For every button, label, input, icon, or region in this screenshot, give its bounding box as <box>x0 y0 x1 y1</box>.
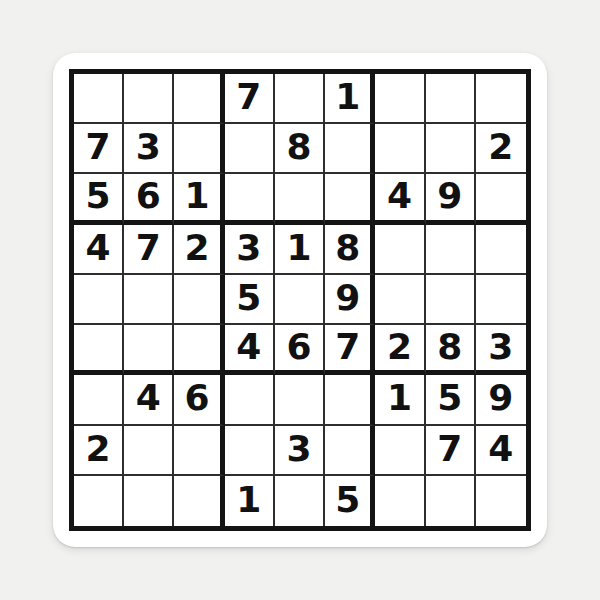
sudoku-cell-r6c5[interactable]: 6 <box>275 325 325 375</box>
given-digit: 1 <box>185 178 210 214</box>
given-digit: 3 <box>286 431 311 467</box>
sudoku-cell-r2c8[interactable] <box>426 124 476 174</box>
given-digit: 5 <box>86 178 111 214</box>
sudoku-cell-r1c8[interactable] <box>426 74 476 124</box>
sudoku-cell-r1c4[interactable]: 7 <box>225 74 275 124</box>
sudoku-cell-r1c7[interactable] <box>375 74 425 124</box>
given-digit: 1 <box>335 79 360 115</box>
sudoku-cell-r2c5[interactable]: 8 <box>275 124 325 174</box>
given-digit: 2 <box>185 230 210 266</box>
sudoku-cell-r5c7[interactable] <box>375 275 425 325</box>
given-digit: 9 <box>488 380 513 416</box>
sudoku-cell-r9c9[interactable] <box>476 476 526 526</box>
sudoku-cell-r2c7[interactable] <box>375 124 425 174</box>
sudoku-cell-r9c3[interactable] <box>174 476 224 526</box>
sudoku-cell-r9c1[interactable] <box>74 476 124 526</box>
given-digit: 1 <box>387 380 412 416</box>
sudoku-cell-r7c5[interactable] <box>275 375 325 425</box>
sudoku-cell-r1c2[interactable] <box>124 74 174 124</box>
sudoku-cell-r9c6[interactable]: 5 <box>325 476 375 526</box>
sudoku-cell-r3c6[interactable] <box>325 174 375 224</box>
sudoku-cell-r8c9[interactable]: 4 <box>476 426 526 476</box>
sudoku-cell-r7c3[interactable]: 6 <box>174 375 224 425</box>
sudoku-cell-r4c5[interactable]: 1 <box>275 225 325 275</box>
sudoku-cell-r7c9[interactable]: 9 <box>476 375 526 425</box>
given-digit: 1 <box>236 482 261 518</box>
sudoku-cell-r8c7[interactable] <box>375 426 425 476</box>
sudoku-cell-r4c1[interactable]: 4 <box>74 225 124 275</box>
sudoku-cell-r2c9[interactable]: 2 <box>476 124 526 174</box>
sudoku-cell-r1c9[interactable] <box>476 74 526 124</box>
given-digit: 6 <box>136 178 161 214</box>
sudoku-cell-r7c7[interactable]: 1 <box>375 375 425 425</box>
sudoku-cell-r8c2[interactable] <box>124 426 174 476</box>
given-digit: 3 <box>488 329 513 365</box>
given-digit: 1 <box>286 230 311 266</box>
sudoku-cell-r2c6[interactable] <box>325 124 375 174</box>
sudoku-cell-r6c2[interactable] <box>124 325 174 375</box>
sudoku-cell-r5c2[interactable] <box>124 275 174 325</box>
given-digit: 6 <box>286 329 311 365</box>
sudoku-cell-r5c9[interactable] <box>476 275 526 325</box>
sudoku-cell-r6c7[interactable]: 2 <box>375 325 425 375</box>
given-digit: 5 <box>437 380 462 416</box>
given-digit: 9 <box>335 280 360 316</box>
sudoku-cell-r7c6[interactable] <box>325 375 375 425</box>
sudoku-cell-r8c4[interactable] <box>225 426 275 476</box>
sudoku-cell-r3c5[interactable] <box>275 174 325 224</box>
sudoku-cell-r5c8[interactable] <box>426 275 476 325</box>
sudoku-cell-r8c1[interactable]: 2 <box>74 426 124 476</box>
sudoku-cell-r8c5[interactable]: 3 <box>275 426 325 476</box>
given-digit: 4 <box>488 431 513 467</box>
sudoku-cell-r4c3[interactable]: 2 <box>174 225 224 275</box>
given-digit: 8 <box>335 230 360 266</box>
sudoku-cell-r2c1[interactable]: 7 <box>74 124 124 174</box>
sudoku-cell-r5c5[interactable] <box>275 275 325 325</box>
sudoku-cell-r6c3[interactable] <box>174 325 224 375</box>
given-digit: 3 <box>136 129 161 165</box>
given-digit: 4 <box>86 230 111 266</box>
sudoku-cell-r5c1[interactable] <box>74 275 124 325</box>
sudoku-cell-r2c3[interactable] <box>174 124 224 174</box>
sudoku-cell-r6c1[interactable] <box>74 325 124 375</box>
sudoku-cell-r1c6[interactable]: 1 <box>325 74 375 124</box>
sudoku-cell-r7c4[interactable] <box>225 375 275 425</box>
sudoku-cell-r6c9[interactable]: 3 <box>476 325 526 375</box>
sudoku-cell-r4c8[interactable] <box>426 225 476 275</box>
sudoku-cell-r3c4[interactable] <box>225 174 275 224</box>
given-digit: 7 <box>437 431 462 467</box>
given-digit: 2 <box>488 129 513 165</box>
sudoku-cell-r3c7[interactable]: 4 <box>375 174 425 224</box>
sudoku-cell-r8c6[interactable] <box>325 426 375 476</box>
sudoku-cell-r5c6[interactable]: 9 <box>325 275 375 325</box>
sudoku-cell-r6c4[interactable]: 4 <box>225 325 275 375</box>
given-digit: 7 <box>136 230 161 266</box>
given-digit: 4 <box>236 329 261 365</box>
given-digit: 8 <box>286 129 311 165</box>
sudoku-cell-r7c1[interactable] <box>74 375 124 425</box>
given-digit: 2 <box>86 431 111 467</box>
sudoku-cell-r3c1[interactable]: 5 <box>74 174 124 224</box>
sudoku-cell-r9c5[interactable] <box>275 476 325 526</box>
sudoku-cell-r3c9[interactable] <box>476 174 526 224</box>
sudoku-cell-r8c8[interactable]: 7 <box>426 426 476 476</box>
page-background: 717382561494723185946728346159237415 <box>0 0 600 600</box>
sudoku-cell-r2c4[interactable] <box>225 124 275 174</box>
sudoku-cell-r5c3[interactable] <box>174 275 224 325</box>
given-digit: 3 <box>236 230 261 266</box>
given-digit: 6 <box>185 380 210 416</box>
sudoku-cell-r2c2[interactable]: 3 <box>124 124 174 174</box>
sudoku-cell-r9c2[interactable] <box>124 476 174 526</box>
sudoku-cell-r3c2[interactable]: 6 <box>124 174 174 224</box>
sudoku-cell-r6c6[interactable]: 7 <box>325 325 375 375</box>
given-digit: 7 <box>86 129 111 165</box>
sudoku-board: 717382561494723185946728346159237415 <box>69 69 531 531</box>
sudoku-cell-r6c8[interactable]: 8 <box>426 325 476 375</box>
sudoku-cell-r9c7[interactable] <box>375 476 425 526</box>
sudoku-cell-r1c3[interactable] <box>174 74 224 124</box>
sudoku-cell-r1c1[interactable] <box>74 74 124 124</box>
sudoku-cell-r3c3[interactable]: 1 <box>174 174 224 224</box>
sudoku-cell-r4c7[interactable] <box>375 225 425 275</box>
sudoku-cell-r5c4[interactable]: 5 <box>225 275 275 325</box>
sudoku-cell-r4c2[interactable]: 7 <box>124 225 174 275</box>
given-digit: 8 <box>437 329 462 365</box>
sudoku-cell-r3c8[interactable]: 9 <box>426 174 476 224</box>
sudoku-cell-r1c5[interactable] <box>275 74 325 124</box>
given-digit: 7 <box>236 79 261 115</box>
sudoku-cell-r9c8[interactable] <box>426 476 476 526</box>
given-digit: 4 <box>136 380 161 416</box>
sudoku-cell-r8c3[interactable] <box>174 426 224 476</box>
sudoku-cell-r9c4[interactable]: 1 <box>225 476 275 526</box>
given-digit: 5 <box>236 280 261 316</box>
sudoku-cell-r4c9[interactable] <box>476 225 526 275</box>
sudoku-cell-r4c6[interactable]: 8 <box>325 225 375 275</box>
sudoku-cell-r7c2[interactable]: 4 <box>124 375 174 425</box>
given-digit: 4 <box>387 178 412 214</box>
given-digit: 7 <box>335 329 360 365</box>
given-digit: 9 <box>437 178 462 214</box>
sticker: 717382561494723185946728346159237415 <box>53 53 547 547</box>
given-digit: 2 <box>387 329 412 365</box>
sudoku-cell-r7c8[interactable]: 5 <box>426 375 476 425</box>
sudoku-cell-r4c4[interactable]: 3 <box>225 225 275 275</box>
given-digit: 5 <box>335 482 360 518</box>
